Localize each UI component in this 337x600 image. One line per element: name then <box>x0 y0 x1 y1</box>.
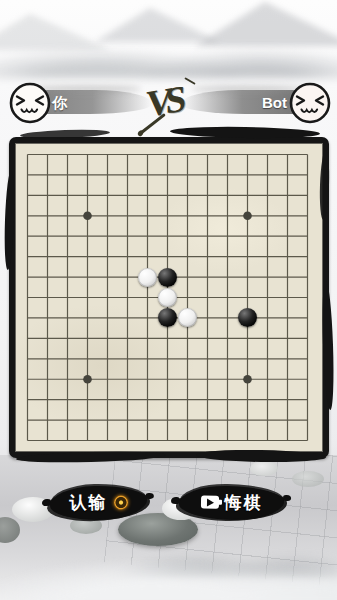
left-player-face-icon <box>9 82 51 124</box>
vs-brush-tick <box>184 77 195 85</box>
undo-button-label: 悔棋 <box>224 491 262 515</box>
stone-white <box>138 268 157 287</box>
painted-stone <box>0 517 20 543</box>
right-player-face-icon <box>289 82 331 124</box>
game-screen: 你 VS Bot 认输 <box>0 0 337 600</box>
board-inner[interactable] <box>15 143 323 452</box>
mist-wash <box>0 543 337 600</box>
star-point <box>243 375 252 384</box>
video-icon <box>200 495 218 508</box>
stone-white <box>158 288 177 307</box>
ink-wash-scene <box>0 455 337 600</box>
match-header: 你 VS Bot <box>0 74 337 132</box>
right-player-label: Bot <box>262 74 287 132</box>
left-player-label: 你 <box>52 74 67 132</box>
star-point <box>243 211 252 220</box>
stone-black <box>158 268 177 287</box>
coin-icon <box>113 495 127 509</box>
resign-button-label: 认输 <box>69 491 107 515</box>
painted-stone <box>250 461 278 476</box>
vs-label: VS <box>146 77 179 126</box>
painted-stone <box>292 471 324 487</box>
star-point <box>83 211 92 220</box>
painted-stone <box>70 517 102 534</box>
mountain-ridge-wash <box>0 38 337 78</box>
star-point <box>83 375 92 384</box>
board-frame <box>9 137 329 458</box>
